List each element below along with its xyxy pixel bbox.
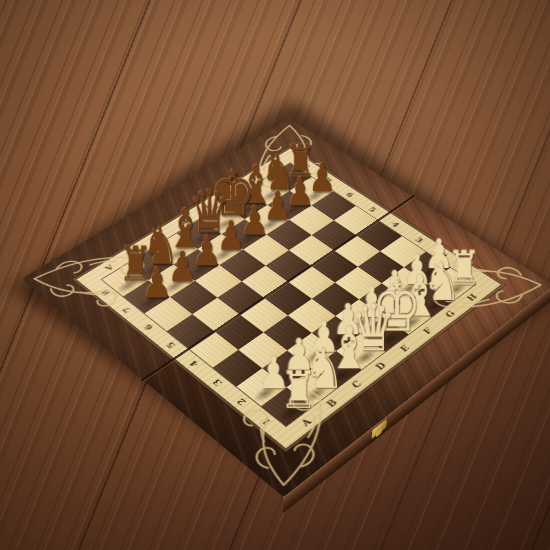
- table-scene: ABCDEFGH8♜♞♝♛♚♝♞♜87♟♟♟♟♟♟♟♟7665544332♟♟♟…: [0, 0, 550, 550]
- chessboard-grid: ABCDEFGH8♜♞♝♛♚♝♞♜87♟♟♟♟♟♟♟♟7665544332♟♟♟…: [75, 148, 502, 450]
- piece-black-pawn-a7[interactable]: ♟: [142, 263, 172, 305]
- chess-box: ABCDEFGH8♜♞♝♛♚♝♞♜87♟♟♟♟♟♟♟♟7665544332♟♟♟…: [22, 119, 550, 497]
- piece-white-rook-a1[interactable]: ♜: [280, 364, 317, 416]
- wood-table-background: { "game": "chess", "position": { "fen": …: [0, 0, 550, 550]
- brass-clasp-icon: [372, 418, 388, 439]
